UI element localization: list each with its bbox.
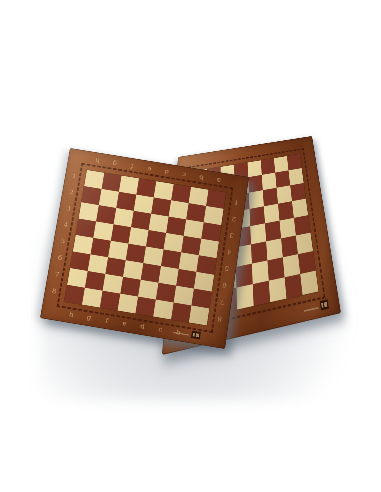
file-bottom-label-d: d — [133, 319, 153, 333]
maker-microtext — [304, 307, 319, 312]
cell-7-4 — [253, 281, 270, 306]
cell-7-7 — [300, 271, 318, 295]
rank-right-label-7: 7 — [215, 293, 228, 312]
chessboard-front: hgfedcba hgfedcba 12345678 12345678 — [40, 148, 249, 349]
maker-logo — [320, 299, 329, 310]
file-bottom-label-h: h — [61, 307, 81, 321]
rank-right-label-1: 1 — [230, 194, 243, 212]
product-photo-scene: hgfedcba hgfedcba 12345678 12345678 — [0, 0, 381, 492]
rank-right-label-6: 6 — [218, 276, 231, 295]
square-a8 — [189, 305, 209, 325]
maker-logo — [191, 331, 201, 340]
file-bottom-label-f: f — [97, 313, 117, 327]
cell-7-5 — [269, 277, 287, 302]
rank-right-label-8: 8 — [213, 309, 227, 328]
rank-right-label-4: 4 — [223, 243, 236, 261]
cell-7-3 — [236, 284, 253, 310]
file-bottom-label-e: e — [115, 316, 135, 330]
file-bottom-label-g: g — [79, 310, 99, 324]
playing-field-front — [64, 170, 226, 325]
rank-right-label-2: 2 — [227, 210, 240, 228]
file-bottom-label-c: c — [151, 322, 171, 336]
rank-right-label-5: 5 — [220, 259, 233, 277]
rank-right-label-3: 3 — [225, 226, 238, 244]
